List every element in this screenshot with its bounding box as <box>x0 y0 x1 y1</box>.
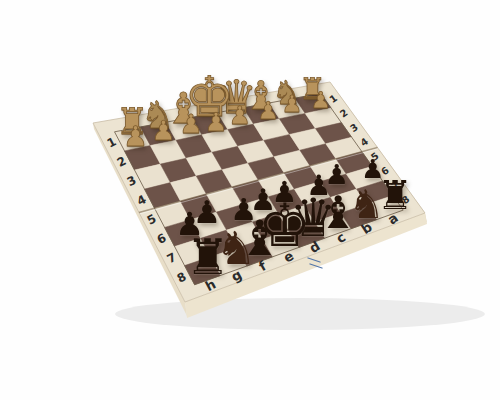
light-pawn-d[interactable]: ♟ <box>228 103 250 128</box>
light-pawn-g[interactable]: ♟ <box>151 117 175 144</box>
light-pawn-b[interactable]: ♟ <box>281 93 302 117</box>
light-pawn-f[interactable]: ♟ <box>179 111 203 137</box>
light-pawn-h[interactable]: ♟ <box>123 123 148 151</box>
table-shadow <box>115 298 485 330</box>
dark-rook-h[interactable]: ♜ <box>186 233 230 282</box>
light-pawn-e[interactable]: ♟ <box>204 110 227 136</box>
light-pawn-a[interactable]: ♟ <box>310 89 330 112</box>
light-pawn-c[interactable]: ♟ <box>257 99 279 123</box>
chess-set-photo: 1122334455667788hgfedcba ♜♞♟♝♟♛♟♚♟♝♞♟♟♜♟… <box>0 0 500 400</box>
